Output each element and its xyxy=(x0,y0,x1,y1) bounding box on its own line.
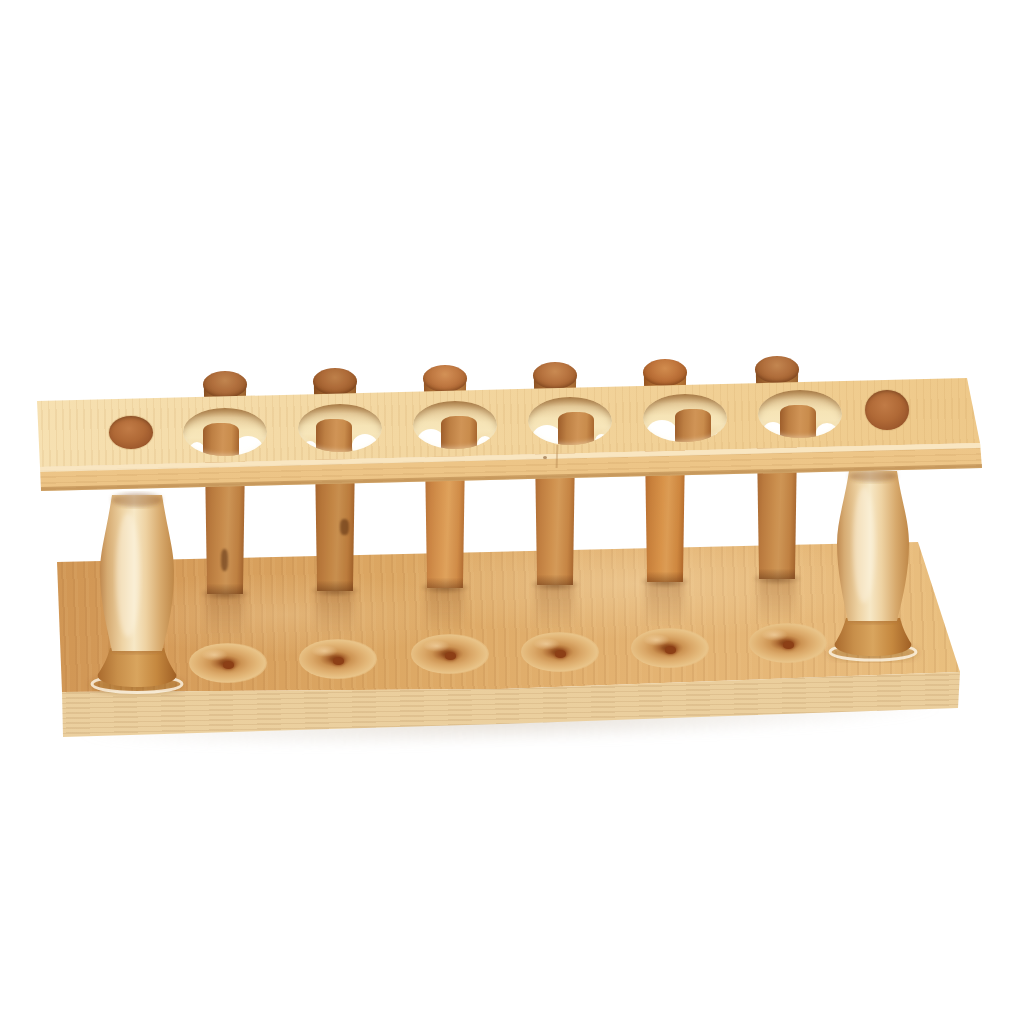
peg-through-hole xyxy=(316,419,352,452)
peg-through-hole xyxy=(441,416,477,449)
tube-hole-3 xyxy=(413,401,497,449)
wood-speck xyxy=(543,456,547,459)
end-posts xyxy=(0,0,1024,1024)
peg-through-hole xyxy=(558,412,594,445)
product-photo xyxy=(0,0,1024,1024)
peg-through-hole xyxy=(780,405,816,438)
peg-through-hole xyxy=(675,409,711,442)
tube-hole-1 xyxy=(183,408,267,456)
peg-through-hole xyxy=(203,423,239,456)
tube-hole-4 xyxy=(528,397,612,445)
left-end-post xyxy=(90,493,184,694)
left-end-pin xyxy=(109,416,153,449)
tube-hole-5 xyxy=(643,394,727,442)
right-end-pin xyxy=(865,390,909,430)
tube-hole-2 xyxy=(298,404,382,452)
tube-hole-6 xyxy=(758,390,842,438)
right-end-post xyxy=(828,470,918,661)
